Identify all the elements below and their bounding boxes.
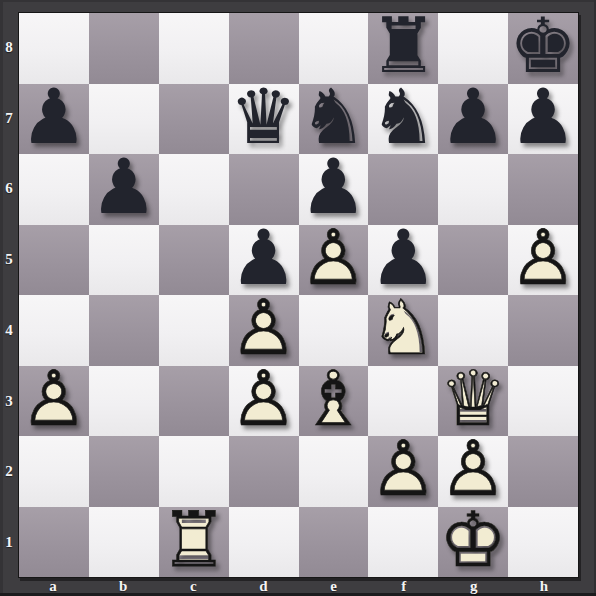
square-g2[interactable]: ♟♙ <box>438 436 508 507</box>
black-pawn-glyph: ♟ <box>438 82 508 153</box>
square-c3[interactable] <box>159 366 229 437</box>
white-rook-outline: ♖ <box>159 505 229 576</box>
white-bishop-glyph: ♝ <box>299 364 369 435</box>
square-b6[interactable]: ♟ <box>89 154 159 225</box>
piece-black-pawn[interactable]: ♟ <box>438 82 508 153</box>
white-pawn-outline: ♙ <box>368 434 438 505</box>
rank-label-5: 5 <box>0 224 18 295</box>
piece-white-pawn[interactable]: ♟♙ <box>299 223 369 294</box>
white-king-glyph: ♚ <box>438 505 508 576</box>
square-f1[interactable] <box>368 507 438 578</box>
chess-board-frame: 87654321 ♜♚♟♛♞♞♟♟♟♟♟♟♙♟♟♙♟♙♞♘♟♙♟♙♝♗♛♕♟♙♟… <box>0 0 596 596</box>
square-d7[interactable]: ♛ <box>229 84 299 155</box>
square-a2[interactable] <box>19 436 89 507</box>
white-king-outline: ♔ <box>438 505 508 576</box>
square-f8[interactable]: ♜ <box>368 13 438 84</box>
black-queen-glyph: ♛ <box>229 82 299 153</box>
piece-black-king[interactable]: ♚ <box>508 11 578 82</box>
square-h6[interactable] <box>508 154 578 225</box>
square-c2[interactable] <box>159 436 229 507</box>
square-g7[interactable]: ♟ <box>438 84 508 155</box>
black-pawn-glyph: ♟ <box>89 152 159 223</box>
file-label-a: a <box>18 578 88 596</box>
square-b2[interactable] <box>89 436 159 507</box>
file-label-b: b <box>88 578 158 596</box>
rank-labels: 87654321 <box>0 12 18 578</box>
piece-black-pawn[interactable]: ♟ <box>89 152 159 223</box>
square-c5[interactable] <box>159 225 229 296</box>
black-pawn-glyph: ♟ <box>368 223 438 294</box>
piece-white-knight[interactable]: ♞♘ <box>368 293 438 364</box>
white-rook-glyph: ♜ <box>159 505 229 576</box>
square-f6[interactable] <box>368 154 438 225</box>
black-rook-glyph: ♜ <box>368 11 438 82</box>
rank-label-3: 3 <box>0 366 18 437</box>
square-c1[interactable]: ♜♖ <box>159 507 229 578</box>
square-b8[interactable] <box>89 13 159 84</box>
square-d8[interactable] <box>229 13 299 84</box>
piece-white-king[interactable]: ♚♔ <box>438 505 508 576</box>
square-f4[interactable]: ♞♘ <box>368 295 438 366</box>
square-b4[interactable] <box>89 295 159 366</box>
square-h7[interactable]: ♟ <box>508 84 578 155</box>
square-f5[interactable]: ♟ <box>368 225 438 296</box>
square-h3[interactable] <box>508 366 578 437</box>
square-e5[interactable]: ♟♙ <box>299 225 369 296</box>
file-label-e: e <box>299 578 369 596</box>
square-a3[interactable]: ♟♙ <box>19 366 89 437</box>
piece-white-bishop[interactable]: ♝♗ <box>299 364 369 435</box>
piece-white-pawn[interactable]: ♟♙ <box>508 223 578 294</box>
white-pawn-glyph: ♟ <box>368 434 438 505</box>
white-pawn-glyph: ♟ <box>438 434 508 505</box>
square-d4[interactable]: ♟♙ <box>229 295 299 366</box>
square-e8[interactable] <box>299 13 369 84</box>
rank-label-7: 7 <box>0 83 18 154</box>
black-knight-glyph: ♞ <box>299 82 369 153</box>
black-pawn-glyph: ♟ <box>19 82 89 153</box>
square-g3[interactable]: ♛♕ <box>438 366 508 437</box>
file-labels: abcdefgh <box>18 578 579 596</box>
piece-white-pawn[interactable]: ♟♙ <box>19 364 89 435</box>
square-a5[interactable] <box>19 225 89 296</box>
square-a1[interactable] <box>19 507 89 578</box>
square-b1[interactable] <box>89 507 159 578</box>
square-e1[interactable] <box>299 507 369 578</box>
file-label-c: c <box>158 578 228 596</box>
file-label-f: f <box>369 578 439 596</box>
square-c7[interactable] <box>159 84 229 155</box>
rank-label-2: 2 <box>0 437 18 508</box>
white-knight-outline: ♘ <box>368 293 438 364</box>
white-knight-glyph: ♞ <box>368 293 438 364</box>
piece-white-pawn[interactable]: ♟♙ <box>229 293 299 364</box>
white-queen-outline: ♕ <box>438 364 508 435</box>
black-knight-glyph: ♞ <box>368 82 438 153</box>
black-pawn-glyph: ♟ <box>229 223 299 294</box>
square-a8[interactable] <box>19 13 89 84</box>
white-pawn-glyph: ♟ <box>508 223 578 294</box>
white-pawn-glyph: ♟ <box>229 293 299 364</box>
square-f7[interactable]: ♞ <box>368 84 438 155</box>
square-e4[interactable] <box>299 295 369 366</box>
file-label-d: d <box>228 578 298 596</box>
white-pawn-outline: ♙ <box>508 223 578 294</box>
rank-label-1: 1 <box>0 507 18 578</box>
square-a4[interactable] <box>19 295 89 366</box>
piece-white-queen[interactable]: ♛♕ <box>438 364 508 435</box>
white-pawn-outline: ♙ <box>299 223 369 294</box>
piece-black-queen[interactable]: ♛ <box>229 82 299 153</box>
piece-black-pawn[interactable]: ♟ <box>368 223 438 294</box>
square-c6[interactable] <box>159 154 229 225</box>
piece-black-pawn[interactable]: ♟ <box>508 82 578 153</box>
square-h8[interactable]: ♚ <box>508 13 578 84</box>
white-pawn-outline: ♙ <box>229 364 299 435</box>
square-c8[interactable] <box>159 13 229 84</box>
file-label-h: h <box>509 578 579 596</box>
square-h5[interactable]: ♟♙ <box>508 225 578 296</box>
square-b3[interactable] <box>89 366 159 437</box>
square-d6[interactable] <box>229 154 299 225</box>
square-g6[interactable] <box>438 154 508 225</box>
square-e7[interactable]: ♞ <box>299 84 369 155</box>
square-d3[interactable]: ♟♙ <box>229 366 299 437</box>
square-d1[interactable] <box>229 507 299 578</box>
black-pawn-glyph: ♟ <box>508 82 578 153</box>
piece-black-knight[interactable]: ♞ <box>299 82 369 153</box>
square-d5[interactable]: ♟ <box>229 225 299 296</box>
square-g1[interactable]: ♚♔ <box>438 507 508 578</box>
white-pawn-outline: ♙ <box>19 364 89 435</box>
piece-black-knight[interactable]: ♞ <box>368 82 438 153</box>
piece-white-pawn[interactable]: ♟♙ <box>368 434 438 505</box>
square-g5[interactable] <box>438 225 508 296</box>
file-label-g: g <box>439 578 509 596</box>
square-h1[interactable] <box>508 507 578 578</box>
piece-white-pawn[interactable]: ♟♙ <box>438 434 508 505</box>
piece-black-rook[interactable]: ♜ <box>368 11 438 82</box>
square-f3[interactable] <box>368 366 438 437</box>
white-bishop-outline: ♗ <box>299 364 369 435</box>
black-pawn-glyph: ♟ <box>299 152 369 223</box>
piece-black-pawn[interactable]: ♟ <box>229 223 299 294</box>
square-c4[interactable] <box>159 295 229 366</box>
piece-black-pawn[interactable]: ♟ <box>19 82 89 153</box>
white-queen-glyph: ♛ <box>438 364 508 435</box>
piece-black-pawn[interactable]: ♟ <box>299 152 369 223</box>
square-e3[interactable]: ♝♗ <box>299 366 369 437</box>
white-pawn-outline: ♙ <box>438 434 508 505</box>
white-pawn-glyph: ♟ <box>19 364 89 435</box>
piece-white-pawn[interactable]: ♟♙ <box>229 364 299 435</box>
square-g4[interactable] <box>438 295 508 366</box>
rank-label-8: 8 <box>0 12 18 83</box>
piece-white-rook[interactable]: ♜♖ <box>159 505 229 576</box>
white-pawn-glyph: ♟ <box>299 223 369 294</box>
square-b7[interactable] <box>89 84 159 155</box>
square-h4[interactable] <box>508 295 578 366</box>
white-pawn-outline: ♙ <box>229 293 299 364</box>
square-e2[interactable] <box>299 436 369 507</box>
board: ♜♚♟♛♞♞♟♟♟♟♟♟♙♟♟♙♟♙♞♘♟♙♟♙♝♗♛♕♟♙♟♙♜♖♚♔ <box>18 12 579 578</box>
square-b5[interactable] <box>89 225 159 296</box>
square-h2[interactable] <box>508 436 578 507</box>
white-pawn-glyph: ♟ <box>229 364 299 435</box>
square-a6[interactable] <box>19 154 89 225</box>
black-king-glyph: ♚ <box>508 11 578 82</box>
square-f2[interactable]: ♟♙ <box>368 436 438 507</box>
square-a7[interactable]: ♟ <box>19 84 89 155</box>
square-e6[interactable]: ♟ <box>299 154 369 225</box>
square-g8[interactable] <box>438 13 508 84</box>
rank-label-4: 4 <box>0 295 18 366</box>
rank-label-6: 6 <box>0 154 18 225</box>
square-d2[interactable] <box>229 436 299 507</box>
